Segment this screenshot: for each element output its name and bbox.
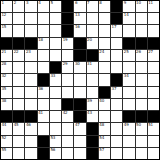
clue-number-r12c1: 52 bbox=[2, 136, 7, 141]
cell-r1c2[interactable]: 2 bbox=[13, 1, 24, 12]
cell-r9c3[interactable] bbox=[25, 99, 36, 110]
black-cell-r10c2 bbox=[13, 111, 24, 122]
clue-number-r11c2: 45 bbox=[14, 123, 19, 128]
clue-number-r5c1: 21 bbox=[2, 50, 7, 55]
cell-r6c2[interactable] bbox=[13, 62, 24, 73]
clue-number-r9c1: 38 bbox=[2, 99, 7, 104]
cell-r7c7[interactable] bbox=[74, 74, 85, 85]
cell-r11c4[interactable] bbox=[38, 123, 49, 134]
clue-number-r12c5: 53 bbox=[50, 136, 55, 141]
clue-number-r5c2: 22 bbox=[14, 50, 19, 55]
clue-number-r8c4: 36 bbox=[38, 87, 43, 92]
cell-r8c7[interactable] bbox=[74, 87, 85, 98]
cell-r13c5[interactable]: 56 bbox=[50, 148, 61, 159]
cell-r1c8[interactable]: 7 bbox=[87, 1, 98, 12]
cell-r8c11[interactable] bbox=[123, 87, 134, 98]
cell-r5c13[interactable]: 27 bbox=[148, 50, 159, 61]
cell-r13c2[interactable] bbox=[13, 148, 24, 159]
black-cell-r6c5 bbox=[50, 62, 61, 73]
cell-r12c10[interactable] bbox=[111, 136, 122, 147]
clue-number-r6c8: 31 bbox=[87, 62, 92, 67]
cell-r1c5[interactable]: 5 bbox=[50, 1, 61, 12]
black-cell-r4c3 bbox=[25, 38, 36, 49]
clue-number-r1c7: 6 bbox=[75, 1, 77, 6]
cell-r11c2[interactable]: 45 bbox=[13, 123, 24, 134]
cell-r10c6[interactable]: 42 bbox=[62, 111, 73, 122]
cell-r8c12[interactable] bbox=[136, 87, 147, 98]
clue-number-r1c13: 11 bbox=[148, 1, 153, 6]
clue-number-r2c7: 13 bbox=[75, 13, 80, 18]
cell-r10c5[interactable] bbox=[50, 111, 61, 122]
cell-r13c7[interactable] bbox=[74, 148, 85, 159]
clue-number-r3c10: 17 bbox=[112, 25, 117, 30]
black-cell-r13c4 bbox=[38, 148, 49, 159]
cell-r13c12[interactable] bbox=[136, 148, 147, 159]
cell-r10c9[interactable] bbox=[99, 111, 110, 122]
cell-r3c1[interactable]: 15 bbox=[1, 25, 12, 36]
clue-number-r9c9: 40 bbox=[99, 99, 104, 104]
cell-r11c6[interactable] bbox=[62, 123, 73, 134]
black-cell-r2c10 bbox=[111, 13, 122, 24]
clue-number-r1c5: 5 bbox=[50, 1, 52, 6]
cell-r13c10[interactable] bbox=[111, 148, 122, 159]
black-cell-r10c12 bbox=[136, 111, 147, 122]
cell-r13c6[interactable] bbox=[62, 148, 73, 159]
cell-r10c8[interactable]: 43 bbox=[87, 111, 98, 122]
cell-r6c3[interactable] bbox=[25, 62, 36, 73]
cell-r6c6[interactable]: 29 bbox=[62, 62, 73, 73]
cell-r12c6[interactable] bbox=[62, 136, 73, 147]
cell-r13c3[interactable] bbox=[25, 148, 36, 159]
cell-r8c6[interactable] bbox=[62, 87, 73, 98]
clue-number-r11c3: 46 bbox=[26, 123, 31, 128]
cell-r3c10[interactable]: 17 bbox=[111, 25, 122, 36]
clue-number-r10c8: 43 bbox=[87, 111, 92, 116]
cell-r8c2[interactable] bbox=[13, 87, 24, 98]
black-cell-r11c8 bbox=[87, 123, 98, 134]
cell-r7c9[interactable] bbox=[99, 74, 110, 85]
cell-r6c8[interactable]: 31 bbox=[87, 62, 98, 73]
cell-r3c7[interactable]: 16 bbox=[74, 25, 85, 36]
black-cell-r10c3 bbox=[25, 111, 36, 122]
cell-r7c12[interactable] bbox=[136, 74, 147, 85]
cell-r3c9[interactable] bbox=[99, 25, 110, 36]
cell-r2c4[interactable] bbox=[38, 13, 49, 24]
cell-r10c10[interactable] bbox=[111, 111, 122, 122]
black-cell-r13c8 bbox=[87, 148, 98, 159]
clue-number-r11c1: 44 bbox=[2, 123, 7, 128]
clue-number-r11c12: 50 bbox=[136, 123, 141, 128]
cell-r3c11[interactable] bbox=[123, 25, 134, 36]
cell-r4c8[interactable]: 20 bbox=[87, 38, 98, 49]
clue-number-r4c6: 19 bbox=[63, 38, 68, 43]
black-cell-r5c7 bbox=[74, 50, 85, 61]
cell-r6c10[interactable] bbox=[111, 62, 122, 73]
cell-r1c7[interactable]: 6 bbox=[74, 1, 85, 12]
cell-r12c9[interactable]: 54 bbox=[99, 136, 110, 147]
cell-r12c7[interactable] bbox=[74, 136, 85, 147]
cell-r3c2[interactable] bbox=[13, 25, 24, 36]
cell-r2c9[interactable] bbox=[99, 13, 110, 24]
cell-r1c1[interactable]: 1 bbox=[1, 1, 12, 12]
clue-number-r1c2: 2 bbox=[14, 1, 16, 6]
cell-r4c10[interactable] bbox=[111, 38, 122, 49]
cell-r11c12[interactable]: 50 bbox=[136, 123, 147, 134]
black-cell-r3c6 bbox=[62, 25, 73, 36]
cell-r7c13[interactable] bbox=[148, 74, 159, 85]
cell-r8c3[interactable] bbox=[25, 87, 36, 98]
black-cell-r10c13 bbox=[148, 111, 159, 122]
cell-r8c5[interactable] bbox=[50, 87, 61, 98]
cell-r13c11[interactable] bbox=[123, 148, 134, 159]
clue-number-r11c9: 48 bbox=[99, 123, 104, 128]
cell-r12c11[interactable] bbox=[123, 136, 134, 147]
cell-r9c13[interactable] bbox=[148, 99, 159, 110]
clue-number-r1c3: 3 bbox=[26, 1, 28, 6]
cell-r6c13[interactable] bbox=[148, 62, 159, 73]
clue-number-r8c10: 37 bbox=[112, 87, 117, 92]
clue-number-r5c13: 27 bbox=[148, 50, 153, 55]
black-cell-r4c11 bbox=[123, 38, 134, 49]
cell-r3c3[interactable] bbox=[25, 25, 36, 36]
cell-r1c13[interactable]: 11 bbox=[148, 1, 159, 12]
clue-number-r6c1: 28 bbox=[2, 62, 7, 67]
black-cell-r10c1 bbox=[1, 111, 12, 122]
black-cell-r4c2 bbox=[13, 38, 24, 49]
clue-number-r13c1: 55 bbox=[2, 148, 7, 153]
cell-r9c2[interactable] bbox=[13, 99, 24, 110]
cell-r7c6[interactable] bbox=[62, 74, 73, 85]
cell-r4c5[interactable] bbox=[50, 38, 61, 49]
cell-r13c9[interactable]: 57 bbox=[99, 148, 110, 159]
clue-number-r3c7: 16 bbox=[75, 25, 80, 30]
cell-r7c5[interactable]: 33 bbox=[50, 74, 61, 85]
cell-r5c4[interactable] bbox=[38, 50, 49, 61]
cell-r3c8[interactable] bbox=[87, 25, 98, 36]
cell-r1c4[interactable]: 4 bbox=[38, 1, 49, 12]
cell-r2c2[interactable] bbox=[13, 13, 24, 24]
clue-number-r10c6: 42 bbox=[63, 111, 68, 116]
cell-r7c8[interactable] bbox=[87, 74, 98, 85]
clue-number-r1c12: 10 bbox=[136, 1, 141, 6]
clue-number-r7c11: 34 bbox=[124, 74, 129, 79]
cell-r12c2[interactable] bbox=[13, 136, 24, 147]
cell-r2c8[interactable] bbox=[87, 13, 98, 24]
cell-r6c1[interactable]: 28 bbox=[1, 62, 12, 73]
cell-r5c6[interactable] bbox=[62, 50, 73, 61]
cell-r13c13[interactable] bbox=[148, 148, 159, 159]
crossword-board: 1234567891011121314151617181920212223242… bbox=[0, 0, 160, 160]
black-cell-r5c8 bbox=[87, 50, 98, 61]
cell-r11c3[interactable]: 46 bbox=[25, 123, 36, 134]
cell-r11c9[interactable]: 48 bbox=[99, 123, 110, 134]
cell-r3c13[interactable] bbox=[148, 25, 159, 36]
cell-r7c11[interactable]: 34 bbox=[123, 74, 134, 85]
cell-r6c4[interactable] bbox=[38, 62, 49, 73]
clue-number-r2c11: 14 bbox=[124, 13, 129, 18]
cell-r13c1[interactable]: 55 bbox=[1, 148, 12, 159]
black-cell-r7c10 bbox=[111, 74, 122, 85]
cell-r12c3[interactable] bbox=[25, 136, 36, 147]
cell-r8c8[interactable] bbox=[87, 87, 98, 98]
clue-number-r1c8: 7 bbox=[87, 1, 89, 6]
cell-r7c3[interactable] bbox=[25, 74, 36, 85]
black-cell-r12c4 bbox=[38, 136, 49, 147]
black-cell-r8c9 bbox=[99, 87, 110, 98]
clue-number-r6c6: 29 bbox=[63, 62, 68, 67]
cell-r6c11[interactable] bbox=[123, 62, 134, 73]
clue-number-r1c9: 8 bbox=[99, 1, 101, 6]
black-cell-r10c11 bbox=[123, 111, 134, 122]
cell-r9c4[interactable] bbox=[38, 99, 49, 110]
clue-number-r11c11: 49 bbox=[124, 123, 129, 128]
cell-r6c9[interactable] bbox=[99, 62, 110, 73]
cell-r2c1[interactable]: 12 bbox=[1, 13, 12, 24]
clue-number-r8c1: 35 bbox=[2, 87, 7, 92]
clue-number-r13c9: 57 bbox=[99, 148, 104, 153]
cell-r8c1[interactable]: 35 bbox=[1, 87, 12, 98]
cell-r4c6[interactable]: 19 bbox=[62, 38, 73, 49]
cell-r5c12[interactable]: 26 bbox=[136, 50, 147, 61]
cell-r12c12[interactable] bbox=[136, 136, 147, 147]
black-cell-r2c6 bbox=[62, 13, 73, 24]
black-cell-r4c1 bbox=[1, 38, 12, 49]
clue-number-r12c9: 54 bbox=[99, 136, 104, 141]
cell-r6c7[interactable]: 30 bbox=[74, 62, 85, 73]
cell-r2c11[interactable]: 14 bbox=[123, 13, 134, 24]
cell-r5c1[interactable]: 21 bbox=[1, 50, 12, 61]
cell-r2c3[interactable] bbox=[25, 13, 36, 24]
clue-number-r5c3: 23 bbox=[26, 50, 31, 55]
cell-r5c10[interactable] bbox=[111, 50, 122, 61]
clue-number-r1c4: 4 bbox=[38, 1, 40, 6]
black-cell-r9c6 bbox=[62, 99, 73, 110]
cell-r9c5[interactable] bbox=[50, 99, 61, 110]
cell-r8c13[interactable] bbox=[148, 87, 159, 98]
cell-r11c5[interactable] bbox=[50, 123, 61, 134]
cell-r1c12[interactable]: 10 bbox=[136, 1, 147, 12]
cell-r11c13[interactable]: 51 bbox=[148, 123, 159, 134]
cell-r1c3[interactable]: 3 bbox=[25, 1, 36, 12]
cell-r11c1[interactable]: 44 bbox=[1, 123, 12, 134]
clue-number-r5c9: 24 bbox=[99, 50, 104, 55]
black-cell-r7c4 bbox=[38, 74, 49, 85]
cell-r5c3[interactable]: 23 bbox=[25, 50, 36, 61]
clue-number-r6c7: 30 bbox=[75, 62, 80, 67]
cell-r12c13[interactable] bbox=[148, 136, 159, 147]
cell-r2c13[interactable] bbox=[148, 13, 159, 24]
cell-r11c10[interactable] bbox=[111, 123, 122, 134]
cell-r2c5[interactable] bbox=[50, 13, 61, 24]
clue-number-r7c5: 33 bbox=[50, 74, 55, 79]
cell-r3c12[interactable] bbox=[136, 25, 147, 36]
clue-number-r1c11: 9 bbox=[124, 1, 126, 6]
clue-number-r7c1: 32 bbox=[2, 74, 7, 79]
cell-r3c4[interactable] bbox=[38, 25, 49, 36]
black-cell-r1c10 bbox=[111, 1, 122, 12]
cell-r9c8[interactable]: 39 bbox=[87, 99, 98, 110]
cell-r9c9[interactable]: 40 bbox=[99, 99, 110, 110]
cell-r3c5[interactable] bbox=[50, 25, 61, 36]
black-cell-r12c8 bbox=[87, 136, 98, 147]
cell-r4c4[interactable]: 18 bbox=[38, 38, 49, 49]
cell-r5c2[interactable]: 22 bbox=[13, 50, 24, 61]
black-cell-r10c7 bbox=[74, 111, 85, 122]
cell-r2c7[interactable]: 13 bbox=[74, 13, 85, 24]
cell-r7c2[interactable] bbox=[13, 74, 24, 85]
cell-r9c12[interactable] bbox=[136, 99, 147, 110]
cell-r12c1[interactable]: 52 bbox=[1, 136, 12, 147]
cell-r8c4[interactable]: 36 bbox=[38, 87, 49, 98]
clue-number-r9c8: 39 bbox=[87, 99, 92, 104]
cell-r6c12[interactable] bbox=[136, 62, 147, 73]
clue-number-r5c11: 25 bbox=[124, 50, 129, 55]
cell-r9c1[interactable]: 38 bbox=[1, 99, 12, 110]
clue-number-r11c7: 47 bbox=[75, 123, 80, 128]
clue-number-r13c5: 56 bbox=[50, 148, 55, 153]
cell-r11c7[interactable]: 47 bbox=[74, 123, 85, 134]
black-cell-r9c7 bbox=[74, 99, 85, 110]
black-cell-r4c12 bbox=[136, 38, 147, 49]
clue-number-r11c13: 51 bbox=[148, 123, 153, 128]
clue-number-r5c12: 26 bbox=[136, 50, 141, 55]
clue-number-r1c1: 1 bbox=[2, 1, 4, 6]
cell-r8c10[interactable]: 37 bbox=[111, 87, 122, 98]
cell-r5c9[interactable]: 24 bbox=[99, 50, 110, 61]
clue-number-r4c8: 20 bbox=[87, 38, 92, 43]
cell-r4c9[interactable] bbox=[99, 38, 110, 49]
cell-r2c12[interactable] bbox=[136, 13, 147, 24]
cell-r9c11[interactable] bbox=[123, 99, 134, 110]
cell-r11c11[interactable]: 49 bbox=[123, 123, 134, 134]
cell-r7c1[interactable]: 32 bbox=[1, 74, 12, 85]
black-cell-r4c13 bbox=[148, 38, 159, 49]
cell-r5c5[interactable] bbox=[50, 50, 61, 61]
clue-number-r2c1: 12 bbox=[2, 13, 7, 18]
clue-number-r10c4: 41 bbox=[38, 111, 43, 116]
cell-r1c9[interactable]: 8 bbox=[99, 1, 110, 12]
cell-r9c10[interactable] bbox=[111, 99, 122, 110]
cell-r5c11[interactable]: 25 bbox=[123, 50, 134, 61]
cell-r1c11[interactable]: 9 bbox=[123, 1, 134, 12]
cell-r10c4[interactable]: 41 bbox=[38, 111, 49, 122]
clue-number-r4c4: 18 bbox=[38, 38, 43, 43]
clue-number-r3c1: 15 bbox=[2, 25, 7, 30]
black-cell-r4c7 bbox=[74, 38, 85, 49]
cell-r12c5[interactable]: 53 bbox=[50, 136, 61, 147]
black-cell-r1c6 bbox=[62, 1, 73, 12]
